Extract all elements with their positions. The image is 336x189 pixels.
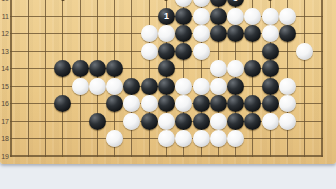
row-coordinate-label: 13 [0,47,9,56]
black-stone [262,60,279,77]
grid-line-vertical [304,0,305,157]
black-stone [175,8,192,25]
black-stone [193,95,210,112]
black-stone [175,25,192,42]
row-coordinate-label: 15 [0,82,9,91]
black-stone [244,25,261,42]
black-stone [210,8,227,25]
white-stone [193,0,210,7]
row-coordinate-label: 19 [0,152,9,161]
white-stone [175,130,192,147]
black-stone [262,78,279,95]
row-coordinate-label: 10 [0,0,9,3]
black-stone [227,25,244,42]
grid-line-vertical [45,0,46,157]
white-stone [296,43,313,60]
black-stone [262,43,279,60]
white-stone [193,78,210,95]
black-stone [262,95,279,112]
grid-line-vertical [321,0,323,157]
hoshi-point [164,0,168,1]
hoshi-point [268,0,272,1]
black-stone [106,60,123,77]
white-stone [158,130,175,147]
row-coordinate-label: 18 [0,134,9,143]
white-stone [141,43,158,60]
white-stone [227,8,244,25]
hoshi-point [61,0,65,1]
white-stone [175,95,192,112]
black-stone [158,60,175,77]
white-stone [89,78,106,95]
white-stone [193,43,210,60]
black-stone [54,95,71,112]
grid-line-vertical [62,0,63,157]
white-stone [210,130,227,147]
black-stone [158,43,175,60]
white-stone [106,78,123,95]
black-stone [193,113,210,130]
black-stone [227,95,244,112]
black-stone [175,43,192,60]
row-coordinate-label: 14 [0,64,9,73]
white-stone [193,25,210,42]
grid-line-horizontal [10,155,323,157]
white-stone [106,130,123,147]
white-stone [279,8,296,25]
white-stone [210,60,227,77]
row-coordinate-label: 12 [0,29,9,38]
row-coordinate-label: 16 [0,99,9,108]
grid-line-vertical [10,0,12,157]
black-stone [244,60,261,77]
black-stone [89,60,106,77]
black-stone [141,113,158,130]
black-stone [210,95,227,112]
white-stone [262,25,279,42]
black-stone [158,95,175,112]
black-stone [158,78,175,95]
black-stone [54,60,71,77]
white-stone [158,25,175,42]
black-stone [106,95,123,112]
black-stone [227,78,244,95]
black-stone [210,0,227,7]
white-stone [175,78,192,95]
grid-line-vertical [28,0,29,157]
white-stone [227,60,244,77]
row-coordinate-label: 11 [0,12,9,21]
white-stone [210,113,227,130]
black-stone [89,113,106,130]
white-stone [175,0,192,7]
white-stone [193,130,210,147]
white-stone [193,8,210,25]
app-screen: { "game": "go", "app": { "background_col… [0,0,336,189]
white-stone [279,95,296,112]
black-stone [72,60,89,77]
white-stone [123,95,140,112]
white-stone [158,113,175,130]
white-stone [123,113,140,130]
black-stone [175,113,192,130]
white-stone [227,130,244,147]
black-stone [141,78,158,95]
white-stone [141,95,158,112]
white-stone [262,8,279,25]
go-board[interactable]: 1011121314151617181913 [0,0,336,164]
black-stone [123,78,140,95]
white-stone [72,78,89,95]
white-stone [262,113,279,130]
black-stone [227,113,244,130]
row-coordinate-label: 17 [0,117,9,126]
white-stone [141,25,158,42]
move-number-marker: 3 [227,0,244,7]
white-stone [279,78,296,95]
white-stone [279,113,296,130]
white-stone [244,8,261,25]
black-stone [210,25,227,42]
black-stone [279,25,296,42]
move-number-marker: 1 [158,8,175,25]
black-stone [244,113,261,130]
black-stone [244,95,261,112]
white-stone [210,78,227,95]
